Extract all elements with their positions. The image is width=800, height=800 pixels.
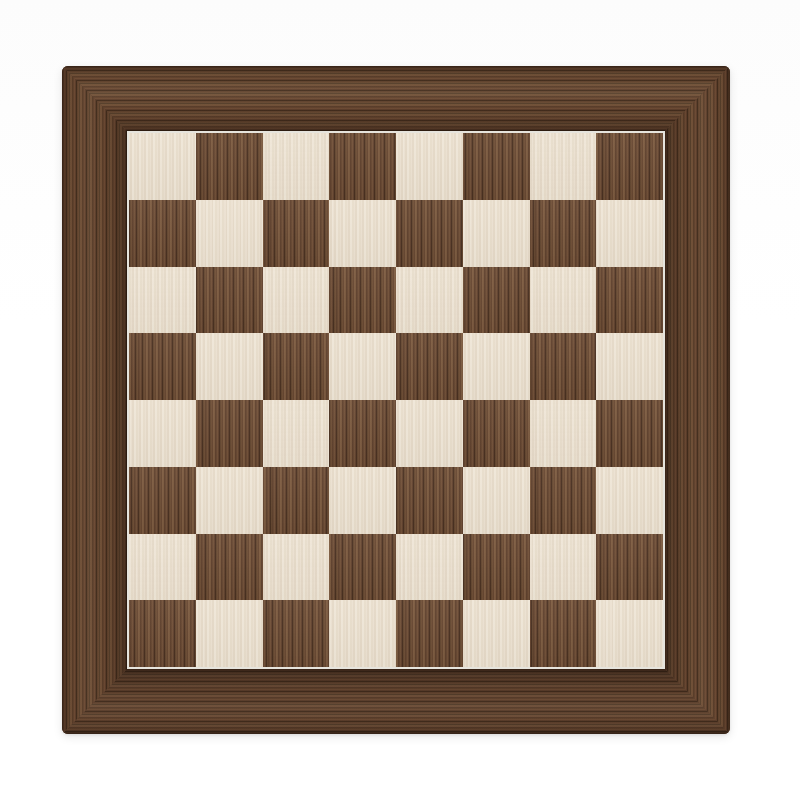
square-a1[interactable] <box>129 600 196 667</box>
square-e6[interactable] <box>396 267 463 334</box>
board-frame-bottom <box>62 667 730 734</box>
square-h8[interactable] <box>596 133 663 200</box>
playing-area <box>127 131 665 669</box>
square-e2[interactable] <box>396 534 463 601</box>
square-d1[interactable] <box>329 600 396 667</box>
square-g8[interactable] <box>530 133 597 200</box>
square-b1[interactable] <box>196 600 263 667</box>
square-h1[interactable] <box>596 600 663 667</box>
square-b8[interactable] <box>196 133 263 200</box>
square-f4[interactable] <box>463 400 530 467</box>
square-b3[interactable] <box>196 467 263 534</box>
square-f5[interactable] <box>463 333 530 400</box>
square-g1[interactable] <box>530 600 597 667</box>
square-f3[interactable] <box>463 467 530 534</box>
square-a8[interactable] <box>129 133 196 200</box>
square-a3[interactable] <box>129 467 196 534</box>
square-f7[interactable] <box>463 200 530 267</box>
square-a6[interactable] <box>129 267 196 334</box>
square-d8[interactable] <box>329 133 396 200</box>
square-h5[interactable] <box>596 333 663 400</box>
square-d5[interactable] <box>329 333 396 400</box>
square-g3[interactable] <box>530 467 597 534</box>
square-f6[interactable] <box>463 267 530 334</box>
square-c2[interactable] <box>263 534 330 601</box>
board-frame-top <box>62 66 730 133</box>
square-d6[interactable] <box>329 267 396 334</box>
square-d7[interactable] <box>329 200 396 267</box>
square-c6[interactable] <box>263 267 330 334</box>
square-h3[interactable] <box>596 467 663 534</box>
square-e8[interactable] <box>396 133 463 200</box>
square-f8[interactable] <box>463 133 530 200</box>
board-frame-right <box>663 66 730 734</box>
square-d2[interactable] <box>329 534 396 601</box>
square-b2[interactable] <box>196 534 263 601</box>
square-h4[interactable] <box>596 400 663 467</box>
square-d3[interactable] <box>329 467 396 534</box>
square-e5[interactable] <box>396 333 463 400</box>
square-c7[interactable] <box>263 200 330 267</box>
square-g2[interactable] <box>530 534 597 601</box>
board-frame-left <box>62 66 129 734</box>
square-c4[interactable] <box>263 400 330 467</box>
square-f2[interactable] <box>463 534 530 601</box>
square-h7[interactable] <box>596 200 663 267</box>
square-e4[interactable] <box>396 400 463 467</box>
square-a4[interactable] <box>129 400 196 467</box>
square-g6[interactable] <box>530 267 597 334</box>
square-b4[interactable] <box>196 400 263 467</box>
square-c1[interactable] <box>263 600 330 667</box>
square-g7[interactable] <box>530 200 597 267</box>
square-h6[interactable] <box>596 267 663 334</box>
square-c3[interactable] <box>263 467 330 534</box>
square-a2[interactable] <box>129 534 196 601</box>
square-d4[interactable] <box>329 400 396 467</box>
square-b7[interactable] <box>196 200 263 267</box>
square-e3[interactable] <box>396 467 463 534</box>
chess-board <box>62 66 730 734</box>
square-h2[interactable] <box>596 534 663 601</box>
photo-background <box>0 0 800 800</box>
square-b5[interactable] <box>196 333 263 400</box>
square-b6[interactable] <box>196 267 263 334</box>
square-a7[interactable] <box>129 200 196 267</box>
square-e1[interactable] <box>396 600 463 667</box>
square-a5[interactable] <box>129 333 196 400</box>
square-g4[interactable] <box>530 400 597 467</box>
square-c8[interactable] <box>263 133 330 200</box>
square-c5[interactable] <box>263 333 330 400</box>
square-g5[interactable] <box>530 333 597 400</box>
square-e7[interactable] <box>396 200 463 267</box>
square-f1[interactable] <box>463 600 530 667</box>
